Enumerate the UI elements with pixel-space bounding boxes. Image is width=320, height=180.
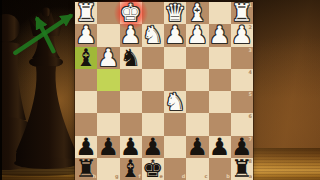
square-d3[interactable] <box>164 47 186 69</box>
square-b4[interactable] <box>209 69 231 91</box>
file-label-f: f <box>139 174 141 179</box>
square-b5[interactable] <box>209 91 231 113</box>
square-e8[interactable]: e♚ <box>142 158 164 180</box>
square-e4[interactable] <box>142 69 164 91</box>
piece-bP-h7[interactable]: ♟ <box>75 136 97 158</box>
piece-bP-e7[interactable]: ♟ <box>142 136 164 158</box>
square-f4[interactable] <box>120 69 142 91</box>
square-d1[interactable]: ♛ <box>164 2 186 24</box>
square-b1[interactable] <box>209 2 231 24</box>
square-d6[interactable] <box>164 113 186 135</box>
square-b3[interactable] <box>209 47 231 69</box>
square-c3[interactable] <box>186 47 208 69</box>
piece-wQ-d1[interactable]: ♛ <box>164 2 186 24</box>
square-a8[interactable]: a8♜ <box>231 158 253 180</box>
square-c1[interactable]: ♝ <box>186 2 208 24</box>
square-h2[interactable]: ♟ <box>75 24 97 46</box>
rank-label-6: 6 <box>249 114 252 119</box>
file-label-h: h <box>93 174 97 179</box>
piece-wP-b2[interactable]: ♟ <box>209 24 231 46</box>
square-b2[interactable]: ♟ <box>209 24 231 46</box>
rank-label-8: 8 <box>249 159 252 164</box>
square-f1[interactable]: ♚ <box>120 2 142 24</box>
piece-wR-h1[interactable]: ♜ <box>75 2 97 24</box>
square-g5[interactable] <box>97 91 119 113</box>
rank-label-4: 4 <box>249 70 252 75</box>
file-label-c: c <box>205 174 208 179</box>
square-d2[interactable]: ♟ <box>164 24 186 46</box>
square-f3[interactable]: ♞ <box>120 47 142 69</box>
piece-wN-d5[interactable]: ♞ <box>164 91 186 113</box>
square-d4[interactable] <box>164 69 186 91</box>
piece-wP-d2[interactable]: ♟ <box>164 24 186 46</box>
square-c6[interactable] <box>186 113 208 135</box>
square-a4[interactable]: 4 <box>231 69 253 91</box>
square-g6[interactable] <box>97 113 119 135</box>
file-label-a: a <box>249 174 252 179</box>
piece-wP-h2[interactable]: ♟ <box>75 24 97 46</box>
rank-label-3: 3 <box>249 48 252 53</box>
square-h1[interactable]: ♜ <box>75 2 97 24</box>
square-f5[interactable] <box>120 91 142 113</box>
left-edge-strip <box>0 0 2 180</box>
square-c7[interactable]: ♟ <box>186 136 208 158</box>
file-label-g: g <box>115 174 119 179</box>
square-a7[interactable]: 7♟ <box>231 136 253 158</box>
square-g2[interactable] <box>97 24 119 46</box>
piece-bP-b7[interactable]: ♟ <box>209 136 231 158</box>
rank-label-5: 5 <box>249 92 252 97</box>
square-e7[interactable]: ♟ <box>142 136 164 158</box>
square-b7[interactable]: ♟ <box>209 136 231 158</box>
square-c4[interactable] <box>186 69 208 91</box>
square-e3[interactable] <box>142 47 164 69</box>
square-a5[interactable]: 5 <box>231 91 253 113</box>
square-b8[interactable]: b <box>209 158 231 180</box>
rank-label-1: 1 <box>249 3 252 8</box>
square-e2[interactable]: ♞ <box>142 24 164 46</box>
chess-board[interactable]: ♜♚♛♝1♜♟♟♞♟♟♟2♟♝♟♞34♞56♟♟♟♟♟♟7♟h♜gf♝e♚dcb… <box>75 2 253 180</box>
file-label-b: b <box>226 174 230 179</box>
piece-wP-c2[interactable]: ♟ <box>186 24 208 46</box>
square-f8[interactable]: f♝ <box>120 158 142 180</box>
file-label-e: e <box>160 174 163 179</box>
square-f7[interactable]: ♟ <box>120 136 142 158</box>
square-g8[interactable]: g <box>97 158 119 180</box>
square-h7[interactable]: ♟ <box>75 136 97 158</box>
square-e6[interactable] <box>142 113 164 135</box>
piece-wN-e2[interactable]: ♞ <box>142 24 164 46</box>
file-label-d: d <box>182 174 186 179</box>
square-c8[interactable]: c <box>186 158 208 180</box>
rank-label-2: 2 <box>249 25 252 30</box>
square-c2[interactable]: ♟ <box>186 24 208 46</box>
piece-bP-c7[interactable]: ♟ <box>186 136 208 158</box>
square-a3[interactable]: 3 <box>231 47 253 69</box>
square-g7[interactable]: ♟ <box>97 136 119 158</box>
chess-thumbnail: ♜♚♛♝1♜♟♟♞♟♟♟2♟♝♟♞34♞56♟♟♟♟♟♟7♟h♜gf♝e♚dcb… <box>0 0 320 180</box>
square-h6[interactable] <box>75 113 97 135</box>
piece-bP-f7[interactable]: ♟ <box>120 136 142 158</box>
square-a6[interactable]: 6 <box>231 113 253 135</box>
square-f6[interactable] <box>120 113 142 135</box>
square-c5[interactable] <box>186 91 208 113</box>
piece-bP-g7[interactable]: ♟ <box>97 136 119 158</box>
piece-wB-c1[interactable]: ♝ <box>186 2 208 24</box>
square-h8[interactable]: h♜ <box>75 158 97 180</box>
queen-silhouette <box>14 8 78 170</box>
square-g3[interactable]: ♟ <box>97 47 119 69</box>
rank-label-7: 7 <box>249 137 252 142</box>
square-a2[interactable]: 2♟ <box>231 24 253 46</box>
square-a1[interactable]: 1♜ <box>231 2 253 24</box>
square-h3[interactable]: ♝ <box>75 47 97 69</box>
square-d5[interactable]: ♞ <box>164 91 186 113</box>
piece-bB-h3[interactable]: ♝ <box>75 47 97 69</box>
square-g4[interactable] <box>97 69 119 91</box>
square-b6[interactable] <box>209 113 231 135</box>
square-d7[interactable] <box>164 136 186 158</box>
piece-wP-g3[interactable]: ♟ <box>97 47 119 69</box>
square-e5[interactable] <box>142 91 164 113</box>
square-h5[interactable] <box>75 91 97 113</box>
square-h4[interactable] <box>75 69 97 91</box>
square-d8[interactable]: d <box>164 158 186 180</box>
piece-bN-f3[interactable]: ♞ <box>120 47 142 69</box>
